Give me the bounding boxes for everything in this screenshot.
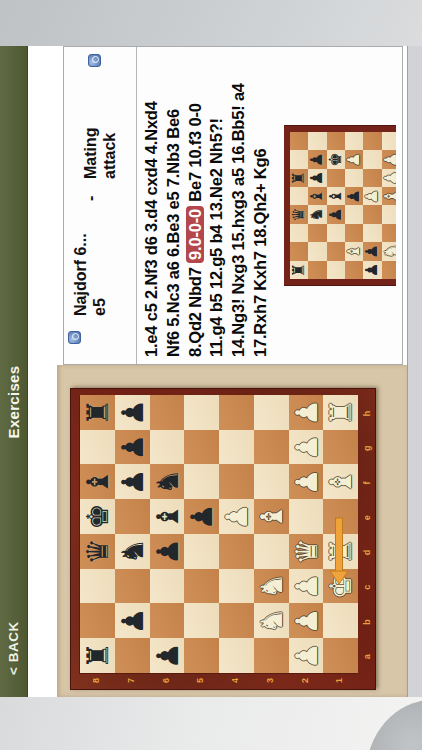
page-title: Exercises [0, 312, 28, 492]
square-g4[interactable] [219, 430, 254, 465]
square-d5 [345, 206, 363, 224]
square-d1[interactable]: ♜ [323, 534, 358, 569]
square-f6[interactable]: ♞ [150, 465, 185, 500]
rank-label-1: 1 [322, 675, 357, 686]
black-rook[interactable]: ♜ [80, 395, 115, 430]
square-c7[interactable] [115, 569, 150, 604]
square-b3[interactable]: ♞ [254, 604, 289, 639]
white-knight[interactable]: ♞ [254, 604, 289, 639]
square-e8[interactable]: ♚ [80, 499, 115, 534]
app-rotated-canvas: < BACK Exercises ♜♛♚♝♜♟♞♟♟♟♟♟♝♞♟♟♞♞♝♟♟♟♛… [0, 46, 422, 697]
square-e5[interactable]: ♟ [184, 499, 219, 534]
square-e7[interactable] [115, 499, 150, 534]
square-b2[interactable]: ♟ [289, 604, 324, 639]
square-b7[interactable]: ♟ [115, 604, 150, 639]
variation-name-left: Najdorf 6... e5 [71, 214, 109, 316]
square-a5[interactable] [184, 638, 219, 673]
black-bishop: ♝ [327, 187, 345, 205]
diagram-clip: ♜♛♜♞♝♟♟♟♝♚♝♟♟♟♟♟♞♝♟♟♟♟♟♛♚♜ [284, 47, 396, 364]
square-f7: ♟ [308, 169, 326, 187]
square-b7 [308, 242, 326, 260]
square-a3[interactable] [254, 638, 289, 673]
background-top-band [0, 0, 422, 46]
move-line-2[interactable]: Nf6 5.Nc3 a6 6.Be3 e5 7.Nb3 Be6 [163, 53, 185, 357]
square-e5: ♟ [345, 187, 363, 205]
square-h5[interactable] [184, 395, 219, 430]
square-b6 [327, 242, 345, 260]
white-bishop[interactable]: ♝ [254, 499, 289, 534]
moves-panel[interactable]: Najdorf 6... e5 - Mating attack 1.e4 c5 … [63, 46, 403, 365]
move-list[interactable]: 1.e4 c5 2.Nf3 d6 3.d4 cxd4 4.Nxd4Nf6 5.N… [137, 47, 272, 364]
square-a8[interactable]: ♜ [80, 638, 115, 673]
square-e6[interactable]: ♝ [150, 499, 185, 534]
main-board-grid[interactable]: ♜♛♚♝♜♟♞♟♟♟♟♟♝♞♟♟♞♞♝♟♟♟♛♟♟♟♚♜♝♜ [79, 396, 357, 674]
square-f4[interactable] [219, 465, 254, 500]
square-e7: ♝ [308, 187, 326, 205]
black-pawn: ♟ [327, 206, 345, 224]
board-pane: ♜♛♚♝♜♟♞♟♟♟♟♟♝♞♟♟♞♞♝♟♟♟♛♟♟♟♚♜♝♜ 87654321 … [57, 365, 407, 697]
square-b3: ♞ [382, 242, 396, 260]
white-pawn: ♟ [345, 150, 363, 168]
black-pawn[interactable]: ♟ [115, 604, 150, 639]
move-line-4[interactable]: 11.g4 b5 12.g5 b4 13.Ne2 Nh5?! [206, 53, 228, 357]
black-pawn[interactable]: ♟ [115, 430, 150, 465]
square-d7[interactable]: ♞ [115, 534, 150, 569]
black-knight[interactable]: ♞ [150, 465, 185, 500]
square-b8 [290, 242, 308, 260]
file-label-g: g [359, 431, 375, 466]
variation-separator: - [82, 196, 100, 201]
square-c7 [308, 224, 326, 242]
black-pawn: ♟ [308, 169, 326, 187]
square-f5[interactable] [184, 465, 219, 500]
annotation-icon[interactable] [88, 54, 101, 67]
square-c8 [290, 224, 308, 242]
rank-label-2: 2 [288, 675, 323, 686]
square-b1[interactable] [323, 604, 358, 639]
square-g2[interactable]: ♟ [289, 430, 324, 465]
rank-label-4: 4 [218, 675, 253, 686]
black-pawn[interactable]: ♟ [115, 465, 150, 500]
square-f1[interactable]: ♝ [323, 465, 358, 500]
move-line-3[interactable]: 8.Qd2 Nbd7 9.0-0-0 Be7 10.f3 0-0 [185, 53, 207, 357]
square-a7 [308, 261, 326, 279]
white-knight: ♞ [382, 242, 396, 260]
black-pawn: ♟ [363, 261, 381, 279]
square-c4[interactable] [219, 569, 254, 604]
background-bottom-band [0, 697, 422, 750]
square-d3[interactable] [254, 534, 289, 569]
square-c5[interactable] [184, 569, 219, 604]
square-e4[interactable]: ♟ [219, 499, 254, 534]
square-g7[interactable]: ♟ [115, 430, 150, 465]
square-a3 [382, 261, 396, 279]
square-g5[interactable] [184, 430, 219, 465]
square-g5: ♟ [345, 150, 363, 168]
square-f3: ♟ [382, 169, 396, 187]
square-a6[interactable]: ♟ [150, 638, 185, 673]
black-pawn: ♟ [308, 150, 326, 168]
square-a1[interactable] [323, 638, 358, 673]
square-g8 [290, 150, 308, 168]
file-label-h: h [359, 396, 375, 431]
black-pawn[interactable]: ♟ [150, 638, 185, 673]
square-c8[interactable] [80, 569, 115, 604]
square-h7 [308, 132, 326, 150]
square-a6 [327, 261, 345, 279]
black-queen[interactable]: ♛ [80, 534, 115, 569]
square-h3[interactable] [254, 395, 289, 430]
square-d8[interactable]: ♛ [80, 534, 115, 569]
file-label-b: b [359, 605, 375, 640]
square-g3: ♟ [382, 150, 396, 168]
square-g7: ♟ [308, 150, 326, 168]
square-g6: ♚ [327, 150, 345, 168]
square-d6: ♟ [327, 206, 345, 224]
square-a5 [345, 261, 363, 279]
square-b5: ♝ [345, 242, 363, 260]
black-rook[interactable]: ♜ [80, 638, 115, 673]
rank-label-6: 6 [149, 675, 184, 686]
black-rook: ♜ [290, 169, 308, 187]
square-c3[interactable]: ♞ [254, 569, 289, 604]
main-chessboard[interactable]: ♜♛♚♝♜♟♞♟♟♟♟♟♝♞♟♟♞♞♝♟♟♟♛♟♟♟♚♜♝♜ 87654321 … [70, 388, 376, 690]
square-a4[interactable] [219, 638, 254, 673]
square-e8 [290, 187, 308, 205]
square-d4 [363, 206, 381, 224]
black-bishop: ♝ [308, 187, 326, 205]
square-e2[interactable] [289, 499, 324, 534]
file-label-a: a [359, 639, 375, 674]
square-e1[interactable] [323, 499, 358, 534]
white-knight[interactable]: ♞ [254, 569, 289, 604]
square-d8: ♛ [290, 206, 308, 224]
thumbnail-board-grid: ♜♛♜♞♝♟♟♟♝♚♝♟♟♟♟♟♞♝♟♟♟♟♟♛♚♜ [290, 132, 396, 279]
screenshot-stage: < BACK Exercises ♜♛♚♝♜♟♞♟♟♟♟♟♝♞♟♟♞♞♝♟♟♟♛… [0, 0, 422, 750]
square-c3 [382, 224, 396, 242]
square-c2[interactable]: ♟ [289, 569, 324, 604]
annotation-icon[interactable] [68, 331, 81, 344]
square-h4[interactable] [219, 395, 254, 430]
black-rook: ♜ [290, 261, 308, 279]
white-king[interactable]: ♚ [323, 569, 358, 604]
square-g3[interactable] [254, 430, 289, 465]
white-pawn: ♟ [363, 187, 381, 205]
black-queen: ♛ [290, 206, 308, 224]
decorative-sphere [366, 700, 422, 750]
move-line-5[interactable]: 14.Ng3! Nxg3 15.hxg3 a5 16.Bb5! a4 [228, 53, 250, 357]
square-a4: ♟ [363, 261, 381, 279]
square-b8[interactable] [80, 604, 115, 639]
square-f6 [327, 169, 345, 187]
white-bishop: ♝ [345, 242, 363, 260]
square-b4: ♟ [363, 242, 381, 260]
square-h1[interactable]: ♜ [323, 395, 358, 430]
square-g1[interactable] [323, 430, 358, 465]
square-f3[interactable] [254, 465, 289, 500]
rank-label-7: 7 [114, 675, 149, 686]
square-e6: ♝ [327, 187, 345, 205]
move-line-1[interactable]: 1.e4 c5 2.Nf3 d6 3.d4 cxd4 4.Nxd4 [141, 53, 163, 357]
square-h7[interactable]: ♟ [115, 395, 150, 430]
move-line-6[interactable]: 17.Rxh7 Kxh7 18.Qh2+ Kg6 [250, 53, 272, 357]
black-bishop[interactable]: ♝ [80, 465, 115, 500]
square-b6[interactable] [150, 604, 185, 639]
square-f5 [345, 169, 363, 187]
square-h6[interactable] [150, 395, 185, 430]
square-f8: ♜ [290, 169, 308, 187]
black-bishop[interactable]: ♝ [150, 499, 185, 534]
square-d3 [382, 206, 396, 224]
file-label-d: d [359, 535, 375, 570]
square-d6[interactable]: ♟ [150, 534, 185, 569]
white-rook[interactable]: ♜ [323, 534, 358, 569]
square-a2[interactable]: ♟ [289, 638, 324, 673]
square-c6 [327, 224, 345, 242]
square-d7: ♞ [308, 206, 326, 224]
white-pawn[interactable]: ♟ [289, 395, 324, 430]
square-f4 [363, 169, 381, 187]
variation-name-right: Mating attack [81, 101, 119, 179]
navigation-bar: < BACK Exercises [0, 46, 28, 697]
white-pawn: ♟ [382, 150, 396, 168]
square-c6[interactable] [150, 569, 185, 604]
black-pawn: ♟ [363, 242, 381, 260]
variation-header: Najdorf 6... e5 - Mating attack [64, 47, 137, 364]
black-knight[interactable]: ♞ [115, 534, 150, 569]
square-h5 [345, 132, 363, 150]
square-h3 [382, 132, 396, 150]
square-e4: ♟ [363, 187, 381, 205]
square-f2[interactable]: ♟ [289, 465, 324, 500]
square-b5[interactable] [184, 604, 219, 639]
thumbnail-chessboard: ♜♛♜♞♝♟♟♟♝♚♝♟♟♟♟♟♞♝♟♟♟♟♟♛♚♜ [284, 126, 396, 285]
rank-label-5: 5 [183, 675, 218, 686]
square-e3: ♝ [382, 187, 396, 205]
square-h6 [327, 132, 345, 150]
white-pawn[interactable]: ♟ [289, 465, 324, 500]
black-pawn[interactable]: ♟ [115, 395, 150, 430]
square-g8[interactable] [80, 430, 115, 465]
highlighted-move[interactable]: 9.0-0-0 [186, 206, 204, 263]
square-d2[interactable]: ♛ [289, 534, 324, 569]
white-pawn: ♟ [382, 169, 396, 187]
white-pawn[interactable]: ♟ [289, 569, 324, 604]
white-pawn[interactable]: ♟ [289, 604, 324, 639]
file-label-f: f [359, 466, 375, 501]
rank-label-3: 3 [253, 675, 288, 686]
square-e3[interactable]: ♝ [254, 499, 289, 534]
square-g6[interactable] [150, 430, 185, 465]
white-queen[interactable]: ♛ [289, 534, 324, 569]
square-c1[interactable]: ♚ [323, 569, 358, 604]
white-pawn[interactable]: ♟ [219, 499, 254, 534]
square-a7[interactable] [115, 638, 150, 673]
square-h2[interactable]: ♟ [289, 395, 324, 430]
square-f7[interactable]: ♟ [115, 465, 150, 500]
black-pawn[interactable]: ♟ [150, 534, 185, 569]
bottom-gray-strip [407, 46, 422, 697]
square-d5[interactable] [184, 534, 219, 569]
square-h4 [363, 132, 381, 150]
black-king: ♚ [327, 150, 345, 168]
file-label-e: e [359, 500, 375, 535]
square-h8 [290, 132, 308, 150]
square-a8: ♜ [290, 261, 308, 279]
square-g4 [363, 150, 381, 168]
square-c4 [363, 224, 381, 242]
black-pawn: ♟ [345, 187, 363, 205]
square-b4[interactable] [219, 604, 254, 639]
file-label-c: c [359, 570, 375, 605]
white-bishop: ♝ [382, 187, 396, 205]
white-pawn[interactable]: ♟ [289, 638, 324, 673]
black-pawn[interactable]: ♟ [184, 499, 219, 534]
black-king[interactable]: ♚ [80, 499, 115, 534]
rank-label-8: 8 [79, 675, 114, 686]
square-c5 [345, 224, 363, 242]
square-h8[interactable]: ♜ [80, 395, 115, 430]
white-bishop[interactable]: ♝ [323, 465, 358, 500]
square-d4[interactable] [219, 534, 254, 569]
white-rook[interactable]: ♜ [323, 395, 358, 430]
white-pawn[interactable]: ♟ [289, 430, 324, 465]
black-knight: ♞ [308, 206, 326, 224]
back-button[interactable]: < BACK [0, 621, 28, 675]
square-f8[interactable]: ♝ [80, 465, 115, 500]
